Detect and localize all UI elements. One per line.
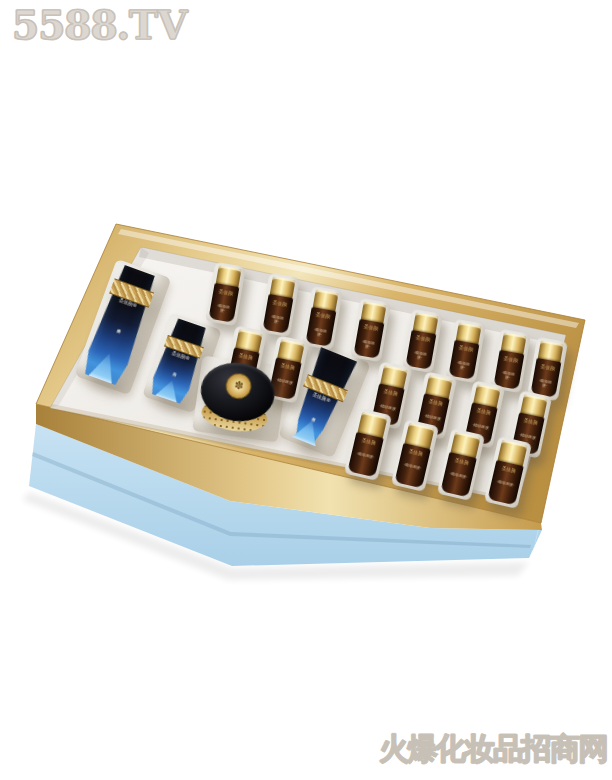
vial-label: 圣佳颜: [216, 287, 237, 296]
vial-sublabel: ·精华原液·: [455, 361, 472, 372]
ampoule-vial: 圣佳颜·精华原液·: [347, 411, 388, 477]
vial-label: 圣佳颜: [456, 344, 477, 353]
ampoule-vial: 圣佳颜·精华原液·: [306, 289, 340, 346]
ampoule-vial: 圣佳颜·精华原液·: [354, 301, 388, 358]
ampoule-vial: 圣佳颜·精华原液·: [531, 340, 565, 397]
vial-sublabel: ·精华原液·: [275, 378, 293, 389]
vial-label: 圣佳颜: [361, 323, 382, 332]
vial-sublabel: ·精华原液·: [403, 462, 422, 470]
vial-label: 圣佳颜: [450, 456, 473, 467]
vial-sublabel: ·精华原液·: [269, 315, 286, 326]
vial-label: 圣佳颜: [277, 362, 299, 372]
vial-label: 圣佳颜: [538, 362, 559, 371]
vial-label: 圣佳颜: [270, 298, 291, 307]
vial-label: 圣佳颜: [357, 436, 380, 447]
ampoule-vial: 圣佳颜·精华原液·: [449, 322, 483, 379]
product-photo-stage: 圣佳颜·精华原液·圣佳颜·精华原液·圣佳颜·精华原液·圣佳颜·精华原液·圣佳颜·…: [0, 0, 612, 780]
items-layer: 圣佳颜·精华原液·圣佳颜·精华原液·圣佳颜·精华原液·圣佳颜·精华原液·圣佳颜·…: [0, 0, 612, 780]
cream-jar: ✽: [196, 358, 279, 436]
vial-label: 圣佳颜: [235, 352, 257, 362]
vial-sublabel: ·精华原液·: [496, 479, 515, 487]
vial-label: 圣佳颜: [313, 311, 334, 320]
vial-label: 圣佳颜: [413, 334, 434, 343]
watermark-5588tv: 5588.TV: [12, 2, 186, 48]
ampoule-vial: 圣佳颜·精华原液·: [440, 431, 481, 497]
vial-sublabel: ·精华原液·: [312, 328, 329, 339]
vial-sublabel: ·精华原液·: [412, 351, 429, 362]
vial-sublabel: ·精华原液·: [215, 304, 232, 315]
vial-sublabel: ·精华原液·: [356, 451, 375, 459]
vial-sublabel: ·精华原液·: [500, 371, 517, 382]
vial-label: 圣佳颜: [425, 398, 447, 408]
vial-label: 圣佳颜: [501, 354, 522, 363]
vial-label: 圣佳颜: [520, 417, 542, 427]
vial-label: 圣佳颜: [497, 464, 520, 475]
ampoule-vial: 圣佳颜·精华原液·: [209, 265, 243, 322]
vial-sublabel: ·精华原液·: [360, 340, 377, 351]
vial-label: 圣佳颜: [380, 388, 402, 398]
ampoule-vial: 圣佳颜·精华原液·: [406, 312, 440, 369]
vial-sublabel: ·精华原液·: [537, 379, 554, 390]
ampoule-vial: 圣佳颜·精华原液·: [263, 276, 297, 333]
vial-label: 圣佳颜: [473, 407, 495, 417]
vial-label: 圣佳颜: [404, 447, 427, 458]
ampoule-vial: 圣佳颜·精华原液·: [494, 332, 528, 389]
ampoule-vial: 圣佳颜·精华原液·: [487, 439, 528, 505]
vial-sublabel: ·精华原液·: [449, 471, 468, 479]
ampoule-vial: 圣佳颜·精华原液·: [394, 422, 435, 488]
watermark-huobao-site: 火爆化妆品招商网: [379, 729, 607, 770]
